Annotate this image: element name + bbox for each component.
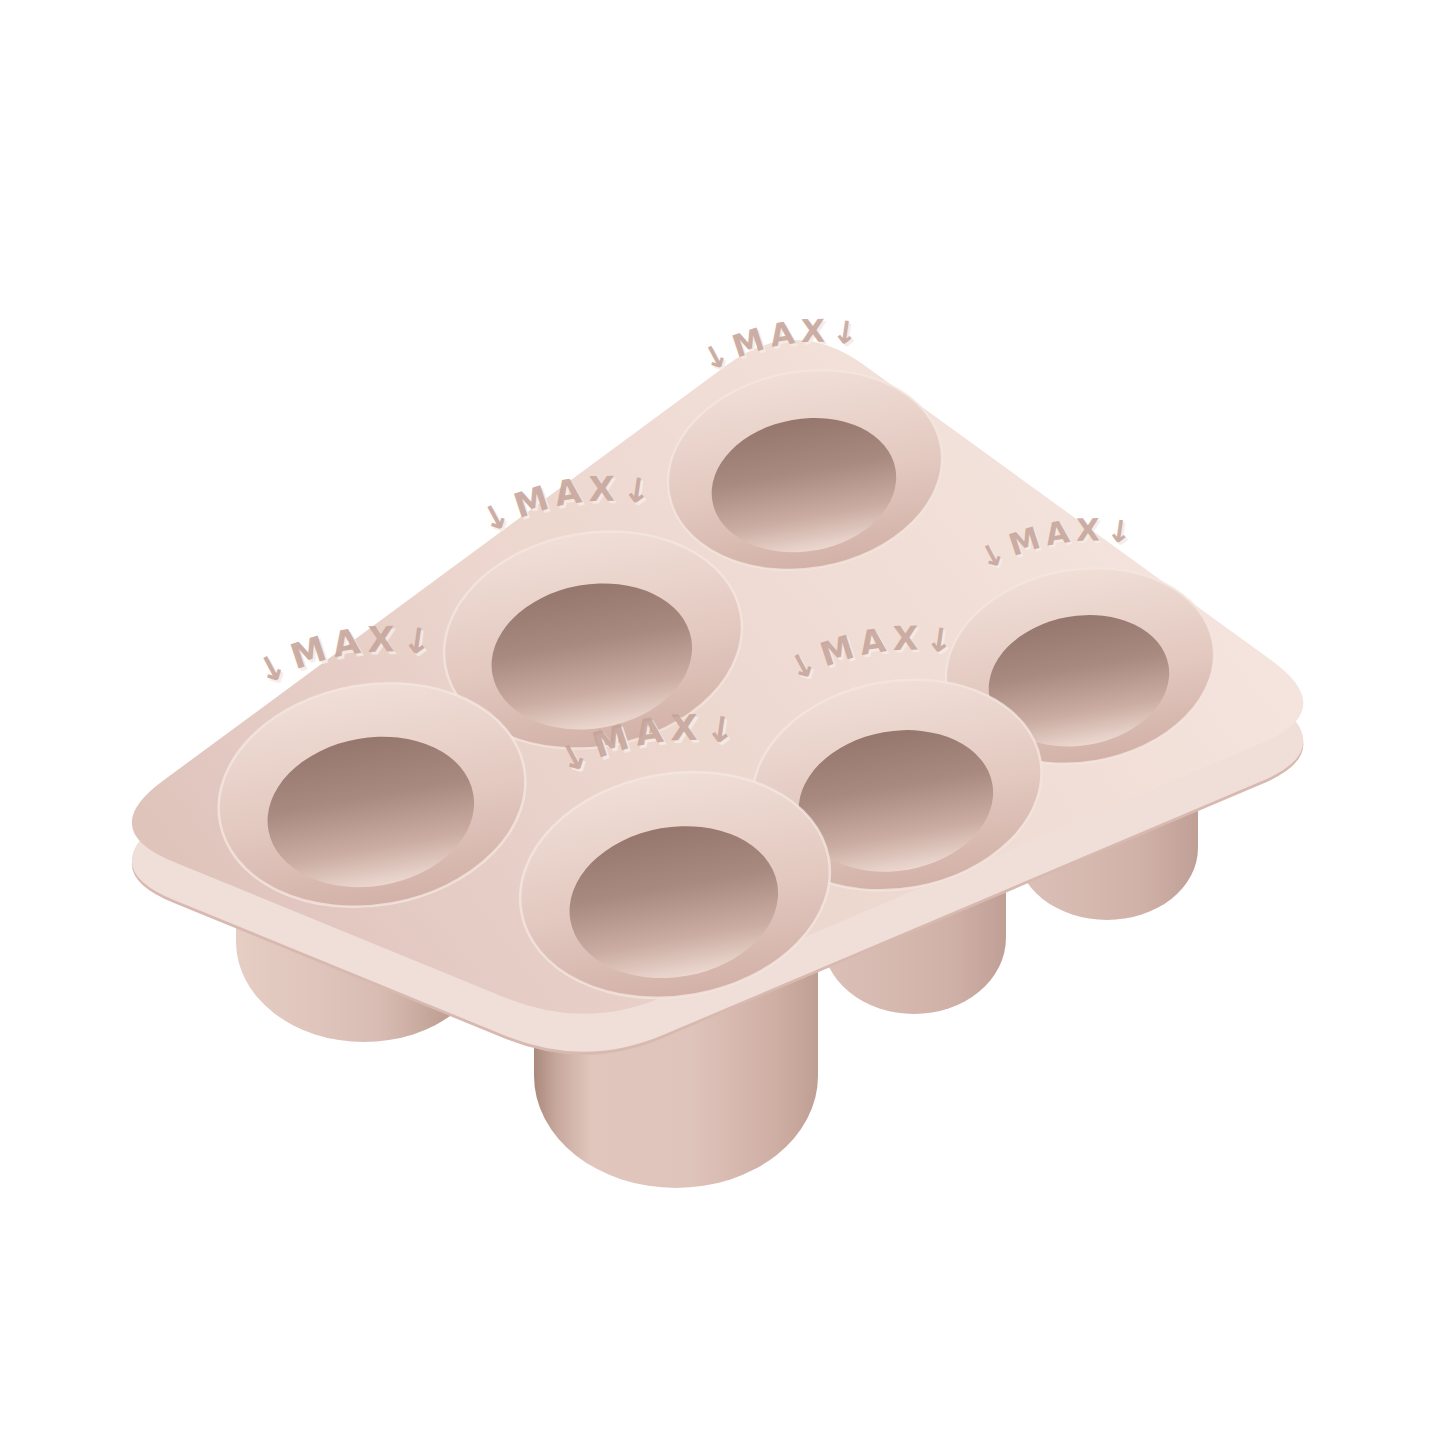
product-photo: ↓MAX↓ ↓MAX↓ ↓MAX↓ ↓MAX↓ [0,0,1445,1445]
tray-illustration: ↓MAX↓ ↓MAX↓ ↓MAX↓ ↓MAX↓ [0,0,1445,1445]
